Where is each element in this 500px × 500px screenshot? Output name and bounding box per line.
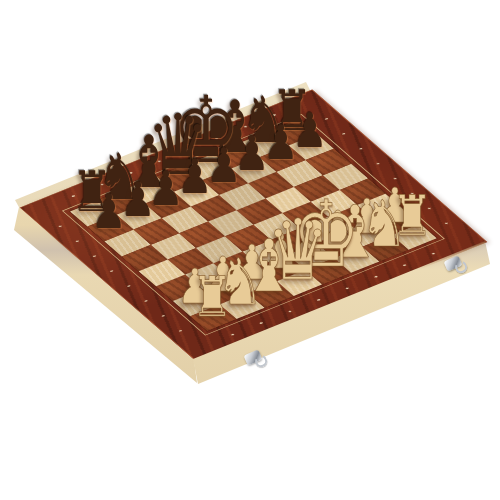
product-photo: ♜♞♝♛♚♝♞♜♟♟♟♟♟♟♟♟♟♟♟♟♟♟♟♟♜♞♝♛♚♝♞♜: [0, 0, 500, 500]
chess-board: [20, 90, 488, 361]
